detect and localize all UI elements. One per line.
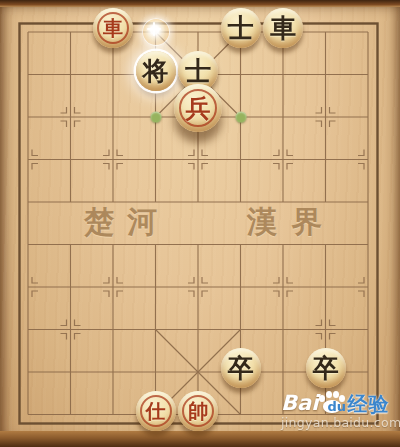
piece-character: 車 <box>270 15 296 41</box>
piece-character: 将 <box>143 58 169 84</box>
piece-red-soldier[interactable]: 兵 <box>174 84 222 132</box>
watermark-url: jingyan.baidu.com <box>281 416 400 430</box>
piece-black-general[interactable]: 将 <box>136 51 176 91</box>
watermark-jingyan-text: 经验 <box>347 393 389 415</box>
watermark: Bai du 经验 jingyan.baidu.com <box>281 390 400 430</box>
piece-character: 兵 <box>186 96 211 121</box>
piece-red-general[interactable]: 帥 <box>178 391 218 431</box>
watermark-du-text: du <box>327 400 346 414</box>
piece-character: 車 <box>103 18 123 38</box>
baidu-paw-icon: du <box>319 390 346 415</box>
piece-character: 士 <box>228 15 254 41</box>
watermark-bai-text: Bai <box>281 392 318 415</box>
piece-black-soldier-1[interactable]: 卒 <box>221 348 261 388</box>
baidu-jingyan-logo: Bai du 经验 <box>281 390 400 415</box>
piece-black-soldier-2[interactable]: 卒 <box>306 348 346 388</box>
piece-black-advisor-1[interactable]: 士 <box>221 8 261 48</box>
piece-character: 卒 <box>228 355 254 381</box>
piece-character: 卒 <box>313 355 339 381</box>
piece-red-advisor[interactable]: 仕 <box>136 391 176 431</box>
piece-character: 仕 <box>146 401 166 421</box>
piece-black-chariot[interactable]: 車 <box>263 8 303 48</box>
xiangqi-app-screen: 楚河 漢界 車士車将士兵卒卒仕帥 Bai du 经验 jingyan.baidu… <box>0 0 400 447</box>
piece-character: 帥 <box>188 401 208 421</box>
piece-character: 士 <box>185 58 211 84</box>
piece-layer: 車士車将士兵卒卒仕帥 <box>0 0 400 447</box>
piece-red-chariot[interactable]: 車 <box>93 8 133 48</box>
